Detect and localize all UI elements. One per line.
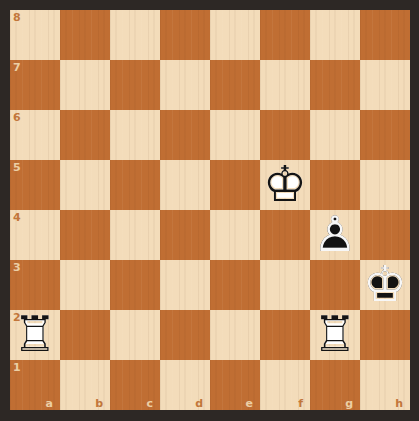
black-king-icon: ♚: [360, 260, 410, 310]
square-d2[interactable]: [160, 310, 210, 360]
file-label-g: g: [345, 398, 353, 409]
square-a8[interactable]: 8: [10, 10, 60, 60]
rank-label-6: 6: [13, 112, 21, 123]
rank-label-1: 1: [13, 362, 21, 373]
square-a3[interactable]: 3: [10, 260, 60, 310]
square-e2[interactable]: [210, 310, 260, 360]
square-a5[interactable]: 5: [10, 160, 60, 210]
file-label-d: d: [195, 398, 203, 409]
white-king-f5[interactable]: ♚♔: [260, 160, 310, 210]
square-a7[interactable]: 7: [10, 60, 60, 110]
square-h4[interactable]: [360, 210, 410, 260]
square-a4[interactable]: 4: [10, 210, 60, 260]
square-d4[interactable]: [160, 210, 210, 260]
white-king-icon: ♚: [260, 160, 310, 210]
file-label-f: f: [298, 398, 303, 409]
square-h3[interactable]: ♚♔: [360, 260, 410, 310]
square-f7[interactable]: [260, 60, 310, 110]
square-e6[interactable]: [210, 110, 260, 160]
black-pawn-outline-icon: ♙: [310, 210, 360, 260]
square-e7[interactable]: [210, 60, 260, 110]
file-label-e: e: [246, 398, 253, 409]
square-c6[interactable]: [110, 110, 160, 160]
square-d3[interactable]: [160, 260, 210, 310]
square-c3[interactable]: [110, 260, 160, 310]
rank-label-2: 2: [13, 312, 21, 323]
square-g2[interactable]: ♜♖: [310, 310, 360, 360]
square-b1[interactable]: b: [60, 360, 110, 410]
square-b8[interactable]: [60, 10, 110, 60]
square-c5[interactable]: [110, 160, 160, 210]
square-b6[interactable]: [60, 110, 110, 160]
square-e4[interactable]: [210, 210, 260, 260]
black-pawn-icon: ♟: [310, 210, 360, 260]
square-b5[interactable]: [60, 160, 110, 210]
square-e8[interactable]: [210, 10, 260, 60]
square-h2[interactable]: [360, 310, 410, 360]
rank-label-3: 3: [13, 262, 21, 273]
square-h8[interactable]: [360, 10, 410, 60]
square-d8[interactable]: [160, 10, 210, 60]
square-d7[interactable]: [160, 60, 210, 110]
square-b4[interactable]: [60, 210, 110, 260]
square-e5[interactable]: [210, 160, 260, 210]
white-rook-outline-icon: ♖: [310, 310, 360, 360]
square-g8[interactable]: [310, 10, 360, 60]
rank-label-8: 8: [13, 12, 21, 23]
square-g1[interactable]: g: [310, 360, 360, 410]
square-h1[interactable]: h: [360, 360, 410, 410]
square-g7[interactable]: [310, 60, 360, 110]
square-c1[interactable]: c: [110, 360, 160, 410]
file-label-c: c: [146, 398, 153, 409]
square-f4[interactable]: [260, 210, 310, 260]
square-f1[interactable]: f: [260, 360, 310, 410]
square-h5[interactable]: [360, 160, 410, 210]
white-rook-g2[interactable]: ♜♖: [310, 310, 360, 360]
square-g3[interactable]: [310, 260, 360, 310]
file-label-h: h: [395, 398, 403, 409]
black-pawn-g4[interactable]: ♟♙: [310, 210, 360, 260]
square-b2[interactable]: [60, 310, 110, 360]
white-rook-icon: ♜: [310, 310, 360, 360]
square-g5[interactable]: [310, 160, 360, 210]
square-h7[interactable]: [360, 60, 410, 110]
square-a1[interactable]: 1a: [10, 360, 60, 410]
square-c4[interactable]: [110, 210, 160, 260]
square-b3[interactable]: [60, 260, 110, 310]
square-b7[interactable]: [60, 60, 110, 110]
rank-label-5: 5: [13, 162, 21, 173]
rank-label-7: 7: [13, 62, 21, 73]
square-c2[interactable]: [110, 310, 160, 360]
square-h6[interactable]: [360, 110, 410, 160]
square-e1[interactable]: e: [210, 360, 260, 410]
square-e3[interactable]: [210, 260, 260, 310]
rank-label-4: 4: [13, 212, 21, 223]
square-c8[interactable]: [110, 10, 160, 60]
square-f5[interactable]: ♚♔: [260, 160, 310, 210]
square-f8[interactable]: [260, 10, 310, 60]
chess-board: 8765♚♔4♟♙3♚♔2♜♖♜♖1abcdefgh: [10, 10, 410, 410]
chess-board-frame: 8765♚♔4♟♙3♚♔2♜♖♜♖1abcdefgh: [0, 0, 419, 421]
black-king-h3[interactable]: ♚♔: [360, 260, 410, 310]
file-label-a: a: [46, 398, 53, 409]
square-g6[interactable]: [310, 110, 360, 160]
black-king-outline-icon: ♔: [360, 260, 410, 310]
square-a6[interactable]: 6: [10, 110, 60, 160]
square-c7[interactable]: [110, 60, 160, 110]
square-f2[interactable]: [260, 310, 310, 360]
square-a2[interactable]: 2♜♖: [10, 310, 60, 360]
square-f6[interactable]: [260, 110, 310, 160]
file-label-b: b: [95, 398, 103, 409]
square-d5[interactable]: [160, 160, 210, 210]
square-d1[interactable]: d: [160, 360, 210, 410]
square-d6[interactable]: [160, 110, 210, 160]
white-king-outline-icon: ♔: [260, 160, 310, 210]
square-g4[interactable]: ♟♙: [310, 210, 360, 260]
square-f3[interactable]: [260, 260, 310, 310]
